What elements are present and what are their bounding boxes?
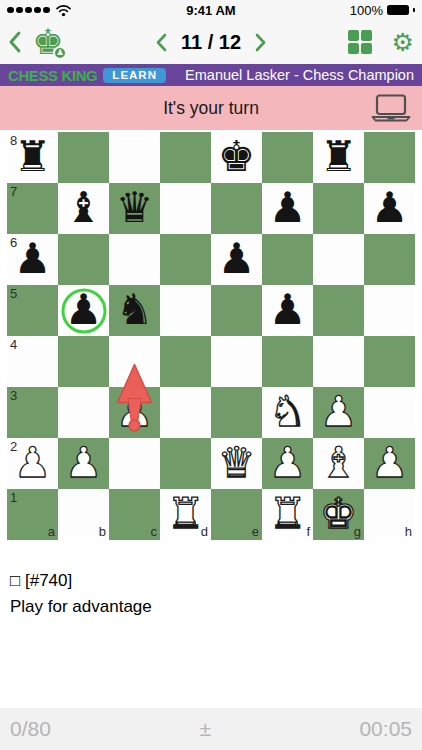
square-g1[interactable]: g♚ [313, 489, 364, 540]
square-e6[interactable]: ♟ [211, 234, 262, 285]
square-b4[interactable] [58, 336, 109, 387]
rank-label: 1 [10, 490, 17, 505]
square-b7[interactable]: ♝ [58, 183, 109, 234]
square-g6[interactable] [313, 234, 364, 285]
score-counter: 0/80 [10, 717, 51, 741]
square-h5[interactable] [364, 285, 415, 336]
square-f5[interactable]: ♟ [262, 285, 313, 336]
square-h6[interactable] [364, 234, 415, 285]
wifi-icon [55, 4, 72, 17]
square-d1[interactable]: d♜ [160, 489, 211, 540]
piece-black-pawn: ♟ [262, 183, 313, 234]
file-label: g [354, 524, 361, 539]
square-b1[interactable]: b [58, 489, 109, 540]
square-f6[interactable] [262, 234, 313, 285]
square-c7[interactable]: ♛ [109, 183, 160, 234]
square-d5[interactable] [160, 285, 211, 336]
file-label: c [151, 524, 158, 539]
rank-label: 5 [10, 286, 17, 301]
square-d4[interactable] [160, 336, 211, 387]
square-c3[interactable]: ♟ [109, 387, 160, 438]
square-e7[interactable] [211, 183, 262, 234]
piece-white-pawn: ♟ [313, 387, 364, 438]
square-e2[interactable]: ♛ [211, 438, 262, 489]
square-b8[interactable] [58, 132, 109, 183]
square-e5[interactable] [211, 285, 262, 336]
rank-label: 7 [10, 184, 17, 199]
puzzle-number: □ [#740] [10, 568, 412, 594]
square-d6[interactable] [160, 234, 211, 285]
square-g8[interactable]: ♜ [313, 132, 364, 183]
course-title: Emanuel Lasker - Chess Champion [166, 67, 414, 83]
puzzle-caption: □ [#740] Play for advantage [0, 540, 422, 620]
rank-label: 2 [10, 439, 17, 454]
square-d8[interactable] [160, 132, 211, 183]
square-a1[interactable]: 1a [7, 489, 58, 540]
piece-black-pawn: ♟ [262, 285, 313, 336]
piece-white-pawn: ♟ [364, 438, 415, 489]
square-d3[interactable] [160, 387, 211, 438]
rank-label: 3 [10, 388, 17, 403]
square-g3[interactable]: ♟ [313, 387, 364, 438]
square-c2[interactable] [109, 438, 160, 489]
square-h3[interactable] [364, 387, 415, 438]
status-bar: 9:41 AM 100% [0, 0, 422, 20]
battery-icon [387, 5, 409, 16]
file-label: e [252, 524, 259, 539]
settings-button[interactable]: ⚙ [392, 30, 414, 55]
bottom-bar: 0/80 ± 00:05 [0, 708, 422, 750]
piece-white-rook: ♜ [262, 489, 313, 540]
file-label: f [306, 524, 310, 539]
rank-label: 4 [10, 337, 17, 352]
square-f4[interactable] [262, 336, 313, 387]
page-indicator: 11 / 12 [181, 31, 241, 54]
chess-board: 8♜♚♜7♝♛♟♟6♟♟5♟♞♟43♟♞♟2♟♟♛♟♝♟1abcd♜ef♜g♚h [7, 132, 415, 540]
square-a2[interactable]: 2♟ [7, 438, 58, 489]
square-e3[interactable] [211, 387, 262, 438]
square-d7[interactable] [160, 183, 211, 234]
square-g4[interactable] [313, 336, 364, 387]
computer-opponent-button[interactable] [370, 94, 412, 122]
square-h8[interactable] [364, 132, 415, 183]
piece-white-queen: ♛ [211, 438, 262, 489]
square-c6[interactable] [109, 234, 160, 285]
square-d2[interactable] [160, 438, 211, 489]
square-c5[interactable]: ♞ [109, 285, 160, 336]
square-b3[interactable] [58, 387, 109, 438]
piece-black-queen: ♛ [109, 183, 160, 234]
rank-label: 6 [10, 235, 17, 250]
turn-status-text: It's your turn [0, 98, 422, 119]
square-c8[interactable] [109, 132, 160, 183]
square-b6[interactable] [58, 234, 109, 285]
square-c4[interactable] [109, 336, 160, 387]
nav-bar: ♚ ♟ 11 / 12 ⚙ [0, 20, 422, 64]
square-h2[interactable]: ♟ [364, 438, 415, 489]
square-f7[interactable]: ♟ [262, 183, 313, 234]
square-c1[interactable]: c [109, 489, 160, 540]
piece-black-pawn: ♟ [211, 234, 262, 285]
square-f2[interactable]: ♟ [262, 438, 313, 489]
piece-black-rook: ♜ [313, 132, 364, 183]
square-e1[interactable]: e [211, 489, 262, 540]
puzzle-instruction: Play for advantage [10, 594, 412, 620]
square-g7[interactable] [313, 183, 364, 234]
piece-white-pawn: ♟ [58, 438, 109, 489]
battery-percent: 100% [350, 3, 383, 18]
square-h4[interactable] [364, 336, 415, 387]
square-a8[interactable]: 8♜ [7, 132, 58, 183]
piece-white-pawn: ♟ [262, 438, 313, 489]
piece-black-king: ♚ [211, 132, 262, 183]
square-f1[interactable]: f♜ [262, 489, 313, 540]
square-b2[interactable]: ♟ [58, 438, 109, 489]
square-g5[interactable] [313, 285, 364, 336]
square-h7[interactable]: ♟ [364, 183, 415, 234]
square-a5[interactable]: 5 [7, 285, 58, 336]
file-label: b [99, 524, 106, 539]
piece-white-pawn: ♟ [109, 387, 160, 438]
file-label: h [405, 524, 412, 539]
rank-label: 8 [10, 133, 17, 148]
piece-black-pawn: ♟ [364, 183, 415, 234]
elapsed-timer: 00:05 [359, 717, 412, 741]
piece-black-bishop: ♝ [58, 183, 109, 234]
square-e4[interactable] [211, 336, 262, 387]
square-a6[interactable]: 6♟ [7, 234, 58, 285]
file-label: d [201, 524, 208, 539]
piece-black-knight: ♞ [109, 285, 160, 336]
chess-king-logo-icon: ♚ ♟ [28, 22, 68, 62]
piece-white-bishop: ♝ [313, 438, 364, 489]
learn-badge: LEARN [103, 68, 166, 83]
cellular-signal-icon [7, 7, 50, 14]
square-a4[interactable]: 4 [7, 336, 58, 387]
puzzle-list-button[interactable] [348, 30, 372, 54]
evaluation-symbol: ± [199, 717, 211, 741]
brand-logo: CHESS KING [8, 67, 97, 84]
square-h1[interactable]: h [364, 489, 415, 540]
square-g2[interactable]: ♝ [313, 438, 364, 489]
back-button[interactable] [8, 30, 22, 54]
piece-white-knight: ♞ [262, 387, 313, 438]
square-a3[interactable]: 3 [7, 387, 58, 438]
brand-bar: CHESS KING LEARN Emanuel Lasker - Chess … [0, 64, 422, 86]
file-label: a [48, 524, 55, 539]
square-f3[interactable]: ♞ [262, 387, 313, 438]
next-page-button[interactable] [255, 33, 266, 52]
prev-page-button[interactable] [156, 33, 167, 52]
square-f8[interactable] [262, 132, 313, 183]
square-e8[interactable]: ♚ [211, 132, 262, 183]
square-a7[interactable]: 7 [7, 183, 58, 234]
square-b5[interactable]: ♟ [58, 285, 109, 336]
highlight-circle [61, 288, 106, 333]
turn-banner: It's your turn [0, 86, 422, 130]
clock-time: 9:41 AM [137, 3, 285, 18]
